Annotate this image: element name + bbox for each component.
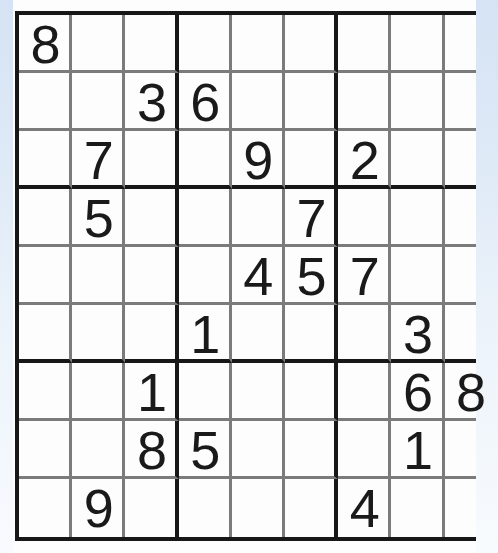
cell-r7c1 (19, 363, 72, 421)
cell-r8c9 (445, 421, 498, 479)
grid-digits-layer: 836792574571316885194 (15, 11, 498, 541)
cell-r1c7 (338, 15, 391, 73)
cell-r7c4 (179, 363, 232, 421)
cell-r5c4 (179, 247, 232, 305)
cell-r8c8: 1 (391, 421, 444, 479)
cell-r7c6 (285, 363, 338, 421)
cell-r5c6: 5 (285, 247, 338, 305)
cell-r1c8 (391, 15, 444, 73)
cell-r8c3: 8 (125, 421, 178, 479)
cell-r8c1 (19, 421, 72, 479)
cell-r9c2: 9 (72, 479, 125, 537)
cell-r6c8: 3 (391, 305, 444, 363)
cell-r5c7: 7 (338, 247, 391, 305)
cell-r9c4 (179, 479, 232, 537)
cell-r4c5 (232, 189, 285, 247)
cell-r8c7 (338, 421, 391, 479)
cell-r4c4 (179, 189, 232, 247)
cell-r4c6: 7 (285, 189, 338, 247)
cell-r1c5 (232, 15, 285, 73)
cell-r1c2 (72, 15, 125, 73)
cell-r7c2 (72, 363, 125, 421)
cell-r9c6 (285, 479, 338, 537)
cell-r3c7: 2 (338, 131, 391, 189)
cell-r6c2 (72, 305, 125, 363)
cell-r4c7 (338, 189, 391, 247)
cell-r2c7 (338, 73, 391, 131)
cell-r5c2 (72, 247, 125, 305)
cell-r3c8 (391, 131, 444, 189)
cell-r4c2: 5 (72, 189, 125, 247)
cell-r8c6 (285, 421, 338, 479)
cell-r3c9 (445, 131, 498, 189)
cell-r8c4: 5 (179, 421, 232, 479)
cell-r6c9 (445, 305, 498, 363)
cell-r2c8 (391, 73, 444, 131)
cell-r4c8 (391, 189, 444, 247)
cell-r9c1 (19, 479, 72, 537)
cell-r7c5 (232, 363, 285, 421)
cell-r3c3 (125, 131, 178, 189)
cell-r2c4: 6 (179, 73, 232, 131)
cell-r5c8 (391, 247, 444, 305)
cell-r9c9 (445, 479, 498, 537)
cell-r7c9: 8 (445, 363, 498, 421)
cell-r9c3 (125, 479, 178, 537)
cell-r7c3: 1 (125, 363, 178, 421)
cell-r1c3 (125, 15, 178, 73)
cell-r1c6 (285, 15, 338, 73)
cell-r4c9 (445, 189, 498, 247)
cell-r5c1 (19, 247, 72, 305)
cell-r3c1 (19, 131, 72, 189)
cell-r8c2 (72, 421, 125, 479)
cell-r1c4 (179, 15, 232, 73)
cell-r3c5: 9 (232, 131, 285, 189)
cell-r2c9 (445, 73, 498, 131)
cell-r2c5 (232, 73, 285, 131)
cell-r3c4 (179, 131, 232, 189)
cell-r9c8 (391, 479, 444, 537)
cell-r1c9 (445, 15, 498, 73)
cell-r6c3 (125, 305, 178, 363)
cell-r2c3: 3 (125, 73, 178, 131)
cell-r4c3 (125, 189, 178, 247)
page-background: 836792574571316885194 (0, 0, 498, 553)
cell-r3c2: 7 (72, 131, 125, 189)
cell-r2c1 (19, 73, 72, 131)
cell-r6c1 (19, 305, 72, 363)
cell-r7c8: 6 (391, 363, 444, 421)
cell-r5c9 (445, 247, 498, 305)
cell-r4c1 (19, 189, 72, 247)
cell-r2c6 (285, 73, 338, 131)
cell-r9c7: 4 (338, 479, 391, 537)
cell-r2c2 (72, 73, 125, 131)
cell-r6c4: 1 (179, 305, 232, 363)
cell-r8c5 (232, 421, 285, 479)
cell-r9c5 (232, 479, 285, 537)
cell-r6c5 (232, 305, 285, 363)
cell-r1c1: 8 (19, 15, 72, 73)
cell-r7c7 (338, 363, 391, 421)
cell-r5c3 (125, 247, 178, 305)
cell-r6c6 (285, 305, 338, 363)
cell-r3c6 (285, 131, 338, 189)
cell-r5c5: 4 (232, 247, 285, 305)
cell-r6c7 (338, 305, 391, 363)
